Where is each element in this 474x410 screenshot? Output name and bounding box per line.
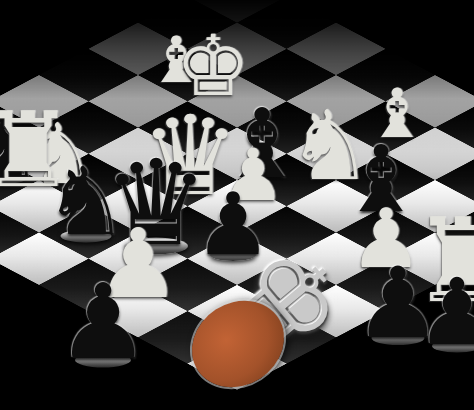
piece-black-pawn-h2: ♟	[416, 267, 474, 359]
chess-checkmate-scene: ♝♚♝♞♞♞♝♜♛♟♝♞♛♟♟♟♜♟♟♟♚	[0, 0, 474, 410]
piece-black-pawn-d4: ♟	[194, 181, 271, 267]
pieces-layer: ♝♚♝♞♞♞♝♜♛♟♝♞♛♟♟♟♜♟♟♟♚	[0, 0, 474, 410]
piece-black-pawn-b2: ♟	[56, 270, 149, 374]
